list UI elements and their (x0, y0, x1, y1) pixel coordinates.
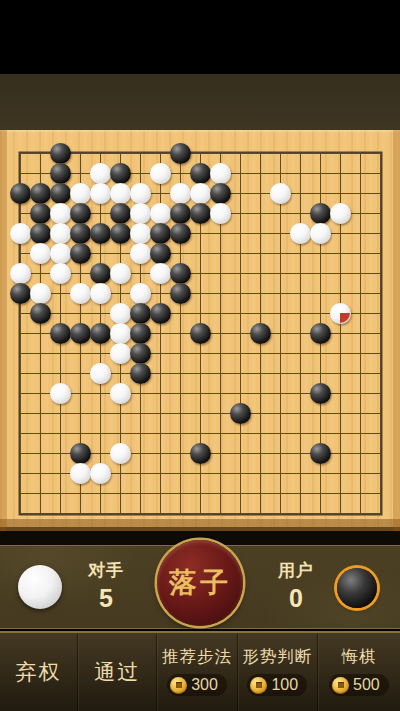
white-stone (50, 263, 71, 284)
white-stone (150, 203, 171, 224)
white-stone (30, 243, 51, 264)
black-stone (190, 323, 211, 344)
white-stone (30, 283, 51, 304)
white-stone (330, 203, 351, 224)
white-stone (110, 323, 131, 344)
white-stone (50, 203, 71, 224)
white-stone (210, 163, 231, 184)
user-black-stone-turn-indicator (337, 568, 377, 608)
white-stone (210, 203, 231, 224)
suggest-move-label: 推荐步法 (162, 646, 232, 668)
black-stone (110, 163, 131, 184)
black-stone (110, 203, 131, 224)
black-stone (170, 223, 191, 244)
black-stone (310, 203, 331, 224)
black-stone (70, 203, 91, 224)
action-undo[interactable]: 悔棋 500 (317, 633, 400, 711)
white-stone (150, 263, 171, 284)
white-stone (110, 303, 131, 324)
white-stone (90, 163, 111, 184)
white-stone (130, 223, 151, 244)
black-stone (190, 443, 211, 464)
black-stone (70, 443, 91, 464)
user-count: 0 (260, 584, 332, 613)
black-stone (170, 203, 191, 224)
white-stone (110, 443, 131, 464)
white-stone (130, 283, 151, 304)
white-stone (310, 223, 331, 244)
estimate-cost: 100 (271, 676, 298, 694)
opponent-white-stone (18, 565, 62, 609)
white-stone (10, 263, 31, 284)
coin-icon (250, 677, 267, 694)
white-stone (270, 183, 291, 204)
action-estimate-position[interactable]: 形势判断 100 (237, 633, 317, 711)
black-stone (50, 323, 71, 344)
white-stone (50, 223, 71, 244)
black-stone (10, 283, 31, 304)
black-stone (150, 243, 171, 264)
black-stone (210, 183, 231, 204)
white-stone (90, 283, 111, 304)
white-stone (10, 223, 31, 244)
black-stone (30, 203, 51, 224)
black-stone (230, 403, 251, 424)
black-stone (150, 303, 171, 324)
black-stone (90, 263, 111, 284)
undo-label: 悔棋 (341, 646, 376, 668)
black-stone (190, 163, 211, 184)
white-stone (170, 183, 191, 204)
top-black-bar (0, 0, 400, 74)
black-stone (310, 443, 331, 464)
white-stone (70, 183, 91, 204)
undo-cost-pill: 500 (329, 674, 389, 696)
black-stone (130, 343, 151, 364)
white-stone (90, 363, 111, 384)
opponent-count: 5 (70, 584, 142, 613)
black-stone (170, 263, 191, 284)
white-stone (110, 263, 131, 284)
black-stone (310, 323, 331, 344)
black-stone (130, 303, 151, 324)
black-stone (30, 223, 51, 244)
white-stone (90, 463, 111, 484)
place-stone-button[interactable]: 落子 (157, 540, 243, 626)
user-label: 用户 (260, 559, 332, 582)
black-stone (90, 323, 111, 344)
black-stone (170, 283, 191, 304)
coin-icon (332, 677, 349, 694)
black-stone (50, 163, 71, 184)
white-stone (70, 463, 91, 484)
white-stone (130, 183, 151, 204)
resign-label: 弃权 (16, 658, 62, 686)
white-stone (330, 303, 351, 324)
white-stone (150, 163, 171, 184)
action-suggest-move[interactable]: 推荐步法 300 (156, 633, 236, 711)
black-stone (70, 243, 91, 264)
black-stone (130, 363, 151, 384)
black-stone (10, 183, 31, 204)
estimate-cost-pill: 100 (247, 674, 307, 696)
action-resign[interactable]: 弃权 (0, 633, 77, 711)
coin-icon (170, 677, 187, 694)
undo-cost: 500 (353, 676, 380, 694)
black-stone (90, 223, 111, 244)
black-stone (150, 223, 171, 244)
black-stone (30, 303, 51, 324)
black-stone (130, 323, 151, 344)
white-stone (90, 183, 111, 204)
black-stone (310, 383, 331, 404)
black-stone (70, 223, 91, 244)
white-stone (130, 243, 151, 264)
black-stone (70, 323, 91, 344)
go-board[interactable] (0, 130, 400, 531)
white-stone (110, 343, 131, 364)
action-pass[interactable]: 通过 (77, 633, 156, 711)
status-bar: 对手 5 落子 用户 0 (0, 545, 400, 629)
black-stone (170, 143, 191, 164)
suggest-move-cost: 300 (191, 676, 218, 694)
opponent-label: 对手 (70, 559, 142, 582)
white-stone (290, 223, 311, 244)
white-stone (110, 183, 131, 204)
black-stone (50, 143, 71, 164)
black-stone (110, 223, 131, 244)
white-stone (130, 203, 151, 224)
white-stone (50, 243, 71, 264)
black-stone (50, 183, 71, 204)
white-stone (50, 383, 71, 404)
pass-label: 通过 (94, 658, 140, 686)
white-stone (110, 383, 131, 404)
white-stone (190, 183, 211, 204)
white-stone (70, 283, 91, 304)
action-bar: 弃权 通过 推荐步法 300 形势判断 100 悔棋 500 (0, 633, 400, 711)
black-stone (250, 323, 271, 344)
suggest-move-cost-pill: 300 (167, 674, 227, 696)
black-stone (190, 203, 211, 224)
estimate-label: 形势判断 (242, 646, 312, 668)
header: 数目 初级 / 让9子 ⚙ (0, 74, 400, 130)
black-stone (30, 183, 51, 204)
